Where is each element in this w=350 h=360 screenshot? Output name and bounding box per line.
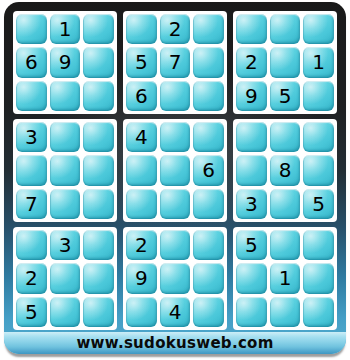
cell-r2c7[interactable]: 2 xyxy=(236,47,267,77)
cell-r8c6[interactable] xyxy=(193,263,224,293)
cell-r5c1[interactable] xyxy=(16,155,47,185)
cell-r4c4[interactable]: 4 xyxy=(126,122,157,152)
cell-r5c9[interactable] xyxy=(303,155,334,185)
cell-r7c9[interactable] xyxy=(303,230,334,260)
cell-r3c5[interactable] xyxy=(160,81,191,111)
cell-r6c4[interactable] xyxy=(126,189,157,219)
cell-r5c2[interactable] xyxy=(50,155,81,185)
cell-r9c9[interactable] xyxy=(303,297,334,327)
cell-r4c1[interactable]: 3 xyxy=(16,122,47,152)
sudoku-board: 16925762195374683532529451 xyxy=(13,11,337,330)
cell-r5c8[interactable]: 8 xyxy=(270,155,301,185)
cell-r7c3[interactable] xyxy=(83,230,114,260)
cell-r2c6[interactable] xyxy=(193,47,224,77)
cell-r1c3[interactable] xyxy=(83,14,114,44)
cell-r2c3[interactable] xyxy=(83,47,114,77)
cell-r5c5[interactable] xyxy=(160,155,191,185)
cell-r3c2[interactable] xyxy=(50,81,81,111)
box-1: 169 xyxy=(13,11,117,114)
cell-r8c3[interactable] xyxy=(83,263,114,293)
cell-r6c3[interactable] xyxy=(83,189,114,219)
cell-r3c9[interactable] xyxy=(303,81,334,111)
cell-r1c6[interactable] xyxy=(193,14,224,44)
box-8: 294 xyxy=(123,227,227,330)
cell-r6c9[interactable]: 5 xyxy=(303,189,334,219)
box-7: 325 xyxy=(13,227,117,330)
cell-r7c4[interactable]: 2 xyxy=(126,230,157,260)
cell-r3c1[interactable] xyxy=(16,81,47,111)
cell-r1c9[interactable] xyxy=(303,14,334,44)
cell-r9c7[interactable] xyxy=(236,297,267,327)
cell-r5c7[interactable] xyxy=(236,155,267,185)
cell-r4c9[interactable] xyxy=(303,122,334,152)
box-6: 835 xyxy=(233,119,337,222)
cell-r8c5[interactable] xyxy=(160,263,191,293)
sudoku-app: 16925762195374683532529451 www.sudokuswe… xyxy=(0,0,350,360)
cell-r4c6[interactable] xyxy=(193,122,224,152)
cell-r3c8[interactable]: 5 xyxy=(270,81,301,111)
cell-r8c7[interactable] xyxy=(236,263,267,293)
cell-r8c9[interactable] xyxy=(303,263,334,293)
cell-r2c1[interactable]: 6 xyxy=(16,47,47,77)
cell-r9c3[interactable] xyxy=(83,297,114,327)
box-5: 46 xyxy=(123,119,227,222)
cell-r3c7[interactable]: 9 xyxy=(236,81,267,111)
box-4: 37 xyxy=(13,119,117,222)
cell-r6c7[interactable]: 3 xyxy=(236,189,267,219)
cell-r1c8[interactable] xyxy=(270,14,301,44)
cell-r4c8[interactable] xyxy=(270,122,301,152)
cell-r3c3[interactable] xyxy=(83,81,114,111)
cell-r2c5[interactable]: 7 xyxy=(160,47,191,77)
board-plaque: 16925762195374683532529451 www.sudokuswe… xyxy=(4,2,346,354)
cell-r1c5[interactable]: 2 xyxy=(160,14,191,44)
site-url: www.sudokusweb.com xyxy=(76,334,273,352)
cell-r2c2[interactable]: 9 xyxy=(50,47,81,77)
cell-r8c4[interactable]: 9 xyxy=(126,263,157,293)
box-9: 51 xyxy=(233,227,337,330)
cell-r6c2[interactable] xyxy=(50,189,81,219)
footer-band: www.sudokusweb.com xyxy=(4,332,346,354)
cell-r5c6[interactable]: 6 xyxy=(193,155,224,185)
cell-r4c3[interactable] xyxy=(83,122,114,152)
cell-r9c8[interactable] xyxy=(270,297,301,327)
cell-r3c6[interactable] xyxy=(193,81,224,111)
cell-r4c2[interactable] xyxy=(50,122,81,152)
cell-r7c5[interactable] xyxy=(160,230,191,260)
cell-r8c1[interactable]: 2 xyxy=(16,263,47,293)
cell-r7c2[interactable]: 3 xyxy=(50,230,81,260)
cell-r9c5[interactable]: 4 xyxy=(160,297,191,327)
cell-r1c1[interactable] xyxy=(16,14,47,44)
cell-r8c8[interactable]: 1 xyxy=(270,263,301,293)
cell-r9c4[interactable] xyxy=(126,297,157,327)
cell-r2c4[interactable]: 5 xyxy=(126,47,157,77)
cell-r8c2[interactable] xyxy=(50,263,81,293)
cell-r6c6[interactable] xyxy=(193,189,224,219)
cell-r7c1[interactable] xyxy=(16,230,47,260)
cell-r3c4[interactable]: 6 xyxy=(126,81,157,111)
cell-r7c6[interactable] xyxy=(193,230,224,260)
cell-r6c8[interactable] xyxy=(270,189,301,219)
cell-r1c4[interactable] xyxy=(126,14,157,44)
cell-r6c1[interactable]: 7 xyxy=(16,189,47,219)
cell-r2c9[interactable]: 1 xyxy=(303,47,334,77)
cell-r9c6[interactable] xyxy=(193,297,224,327)
cell-r9c1[interactable]: 5 xyxy=(16,297,47,327)
cell-r9c2[interactable] xyxy=(50,297,81,327)
cell-r7c8[interactable] xyxy=(270,230,301,260)
cell-r4c5[interactable] xyxy=(160,122,191,152)
cell-r1c7[interactable] xyxy=(236,14,267,44)
cell-r5c3[interactable] xyxy=(83,155,114,185)
cell-r4c7[interactable] xyxy=(236,122,267,152)
box-2: 2576 xyxy=(123,11,227,114)
cell-r7c7[interactable]: 5 xyxy=(236,230,267,260)
cell-r1c2[interactable]: 1 xyxy=(50,14,81,44)
box-3: 2195 xyxy=(233,11,337,114)
cell-r5c4[interactable] xyxy=(126,155,157,185)
cell-r2c8[interactable] xyxy=(270,47,301,77)
cell-r6c5[interactable] xyxy=(160,189,191,219)
